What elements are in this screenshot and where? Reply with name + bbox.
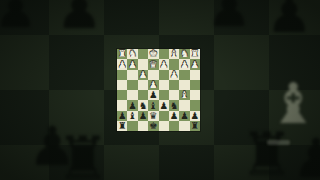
white-pawn-e4: ♟ <box>149 80 158 89</box>
square-e2: ♛ <box>148 59 158 69</box>
white-pawn-a2: ♟ <box>191 59 200 68</box>
square-c8 <box>169 121 179 131</box>
white-king-e1: ♚ <box>149 49 158 58</box>
black-pawn-h7: ♟ <box>118 111 127 120</box>
white-pawn-b2: ♟ <box>180 59 189 68</box>
white-rook-h1: ♜ <box>118 49 127 58</box>
square-b4 <box>179 80 189 90</box>
square-d2: ♟ <box>159 59 169 69</box>
black-pawn-d6: ♟ <box>159 100 168 109</box>
white-pawn-d2: ♟ <box>159 59 168 68</box>
square-b6 <box>179 100 189 110</box>
square-d3 <box>159 70 169 80</box>
square-g6: ♟ <box>127 100 137 110</box>
square-f7: ♟ <box>138 111 148 121</box>
square-h1: ♜ <box>117 49 127 59</box>
video-frame: ♟♟♟♟♝♟♜♜♟ ♜♞♚♝♞♜♟♟♛♟♟♟♟♟♟♟♝♟♞♝♟♞♟♝♟♛♟♟♟♜… <box>0 0 320 180</box>
square-h6 <box>117 100 127 110</box>
black-knight-c6: ♞ <box>170 100 179 109</box>
square-d5 <box>159 90 169 100</box>
square-f1 <box>138 49 148 59</box>
square-f3: ♟ <box>138 70 148 80</box>
square-f8 <box>138 121 148 131</box>
bg-pawn-bottom-right-icon: ♟ <box>292 132 320 180</box>
square-e5: ♟ <box>148 90 158 100</box>
square-a3 <box>190 70 200 80</box>
black-pawn-g6: ♟ <box>128 100 137 109</box>
square-d4 <box>159 80 169 90</box>
white-pawn-c3: ♟ <box>170 70 179 79</box>
black-pawn-f7: ♟ <box>139 111 148 120</box>
square-e6: ♝ <box>148 100 158 110</box>
square-b3 <box>179 70 189 80</box>
square-e4: ♟ <box>148 80 158 90</box>
black-queen-e7: ♛ <box>149 111 158 120</box>
square-h7: ♟ <box>117 111 127 121</box>
square-f6: ♞ <box>138 100 148 110</box>
white-pawn-h2: ♟ <box>118 59 127 68</box>
watermark-smudge <box>267 140 290 145</box>
square-h4 <box>117 80 127 90</box>
black-pawn-a7: ♟ <box>191 111 200 120</box>
square-a2: ♟ <box>190 59 200 69</box>
white-rook-a1: ♜ <box>191 49 200 58</box>
square-c1: ♝ <box>169 49 179 59</box>
square-a5 <box>190 90 200 100</box>
black-knight-f6: ♞ <box>139 100 148 109</box>
black-bishop-e6: ♝ <box>149 100 158 109</box>
square-e7: ♛ <box>148 111 158 121</box>
bg-pawn-top-center-icon: ♟ <box>56 0 103 36</box>
white-knight-g1: ♞ <box>128 49 137 58</box>
square-b2: ♟ <box>179 59 189 69</box>
square-a4 <box>190 80 200 90</box>
white-bishop-c1: ♝ <box>170 49 179 58</box>
square-b1: ♞ <box>179 49 189 59</box>
square-a8: ♜ <box>190 121 200 131</box>
square-e1: ♚ <box>148 49 158 59</box>
square-b8 <box>179 121 189 131</box>
square-g7: ♝ <box>127 111 137 121</box>
square-h8: ♜ <box>117 121 127 131</box>
square-g5 <box>127 90 137 100</box>
square-g8 <box>127 121 137 131</box>
white-pawn-g2: ♟ <box>128 59 137 68</box>
square-c2 <box>169 59 179 69</box>
square-a6 <box>190 100 200 110</box>
square-c4 <box>169 80 179 90</box>
square-f4 <box>138 80 148 90</box>
bg-rook-bottom-left-icon: ♜ <box>56 128 110 180</box>
square-c7: ♟ <box>169 111 179 121</box>
square-a7: ♟ <box>190 111 200 121</box>
square-b5: ♝ <box>179 90 189 100</box>
square-g1: ♞ <box>127 49 137 59</box>
square-d8 <box>159 121 169 131</box>
square-d7 <box>159 111 169 121</box>
black-king-e8: ♚ <box>149 121 158 130</box>
square-c6: ♞ <box>169 100 179 110</box>
square-a1: ♜ <box>190 49 200 59</box>
black-rook-a8: ♜ <box>191 121 200 130</box>
square-g2: ♟ <box>127 59 137 69</box>
square-d1 <box>159 49 169 59</box>
black-bishop-g7: ♝ <box>128 111 137 120</box>
square-f5 <box>138 90 148 100</box>
black-pawn-b7: ♟ <box>180 111 189 120</box>
white-bishop-b5: ♝ <box>180 90 189 99</box>
black-pawn-c7: ♟ <box>170 111 179 120</box>
white-pawn-f3: ♟ <box>139 70 148 79</box>
white-queen-e2: ♛ <box>149 59 158 68</box>
bg-pawn-top-right-1-icon: ♟ <box>207 0 252 34</box>
square-e3 <box>148 70 158 80</box>
square-f2 <box>138 59 148 69</box>
white-knight-b1: ♞ <box>180 49 189 58</box>
chess-board: ♜♞♚♝♞♜♟♟♛♟♟♟♟♟♟♟♝♟♞♝♟♞♟♝♟♛♟♟♟♜♚♜ <box>117 49 200 131</box>
square-b7: ♟ <box>179 111 189 121</box>
bg-pawn-top-left-icon: ♟ <box>0 0 37 34</box>
black-pawn-e5: ♟ <box>149 90 158 99</box>
square-g4 <box>127 80 137 90</box>
square-e8: ♚ <box>148 121 158 131</box>
square-h5 <box>117 90 127 100</box>
black-rook-h8: ♜ <box>118 121 127 130</box>
square-g3 <box>127 70 137 80</box>
square-h3 <box>117 70 127 80</box>
bg-pawn-top-right-2-icon: ♟ <box>266 0 313 40</box>
square-d6: ♟ <box>159 100 169 110</box>
square-c5 <box>169 90 179 100</box>
square-c3: ♟ <box>169 70 179 80</box>
bg-rook-bottom-right-icon: ♜ <box>240 124 294 180</box>
square-h2: ♟ <box>117 59 127 69</box>
